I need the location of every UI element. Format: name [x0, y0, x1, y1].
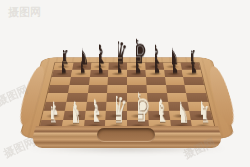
square-b6[interactable]: [69, 77, 89, 85]
square-c6[interactable]: [88, 77, 108, 85]
handle-notch[interactable]: [97, 128, 155, 142]
square-b5[interactable]: [68, 85, 89, 93]
square-g6[interactable]: [165, 77, 185, 85]
square-a5[interactable]: [48, 85, 69, 93]
square-d6[interactable]: [108, 77, 127, 85]
watermark: 摄图网: [8, 5, 41, 20]
chess-board: ♜♞♝♛♚♝♞♜♟♟♟♟♟♟♟♟♟♟♟♟♟♟♟♟♜♞♝♛♚♝♞♜: [39, 63, 215, 130]
square-e6[interactable]: [127, 77, 146, 85]
square-a6[interactable]: [50, 77, 71, 85]
photo-scene: 摄图网 摄图网 摄图网 摄图网 ♜♞♝♛♚♝♞♜♟♟♟♟♟♟♟♟♟♟♟♟♟♟♟♟…: [0, 0, 250, 167]
square-h6[interactable]: [183, 77, 204, 85]
square-h5[interactable]: [185, 85, 206, 93]
square-g5[interactable]: [166, 85, 187, 93]
square-f6[interactable]: [146, 77, 166, 85]
